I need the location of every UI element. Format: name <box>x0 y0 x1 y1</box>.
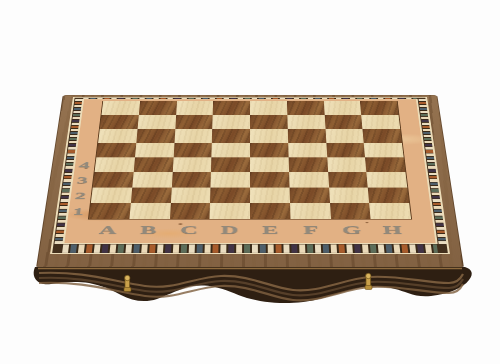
file-label-b: B <box>137 224 159 236</box>
square-a1[interactable] <box>89 203 131 219</box>
square-d2[interactable] <box>210 188 250 204</box>
square-d4[interactable] <box>211 157 250 172</box>
square-e5[interactable] <box>250 143 288 158</box>
square-e8[interactable] <box>250 101 287 115</box>
case-side <box>25 258 475 310</box>
square-c3[interactable] <box>171 172 211 187</box>
rank-label-3: 3 <box>72 175 92 185</box>
square-a7[interactable] <box>100 115 139 129</box>
square-b1[interactable] <box>129 203 170 219</box>
square-f8[interactable] <box>287 101 325 115</box>
square-g4[interactable] <box>327 157 367 172</box>
square-e4[interactable] <box>250 157 289 172</box>
square-e1[interactable] <box>250 203 290 219</box>
outer-inlay-line: ABCDEFGH 1234 <box>50 97 450 254</box>
square-h3[interactable] <box>367 172 408 187</box>
square-g1[interactable] <box>330 203 371 219</box>
square-d7[interactable] <box>212 115 250 129</box>
file-label-f: F <box>300 224 322 236</box>
chessboard-top: ABCDEFGH 1234 <box>36 95 464 268</box>
file-label-d: D <box>219 224 241 236</box>
file-label-c: C <box>178 224 200 236</box>
square-h2[interactable] <box>368 188 409 204</box>
file-label-h: H <box>381 224 404 236</box>
square-g6[interactable] <box>325 129 364 143</box>
square-b4[interactable] <box>133 157 173 172</box>
square-b2[interactable] <box>131 188 172 204</box>
square-e2[interactable] <box>250 188 290 204</box>
square-d6[interactable] <box>212 129 250 143</box>
square-e3[interactable] <box>250 172 289 187</box>
square-c4[interactable] <box>172 157 211 172</box>
square-c5[interactable] <box>173 143 212 158</box>
square-f3[interactable] <box>289 172 329 187</box>
square-b6[interactable] <box>136 129 175 143</box>
square-g7[interactable] <box>324 115 362 129</box>
square-d3[interactable] <box>211 172 250 187</box>
square-f7[interactable] <box>287 115 325 129</box>
square-d8[interactable] <box>213 101 250 115</box>
square-g2[interactable] <box>329 188 370 204</box>
square-h4[interactable] <box>365 157 405 172</box>
square-g8[interactable] <box>323 101 361 115</box>
square-a6[interactable] <box>98 129 137 143</box>
square-d5[interactable] <box>212 143 250 158</box>
square-a8[interactable] <box>102 101 140 115</box>
square-c8[interactable] <box>176 101 214 115</box>
mosaic-strip-bottom <box>62 244 438 252</box>
file-label-e: E <box>260 224 282 236</box>
rank-label-4: 4 <box>74 160 94 170</box>
square-f6[interactable] <box>288 129 326 143</box>
square-h6[interactable] <box>363 129 402 143</box>
square-h1[interactable] <box>369 203 411 219</box>
square-b3[interactable] <box>132 172 172 187</box>
square-a2[interactable] <box>91 188 132 204</box>
square-a4[interactable] <box>95 157 135 172</box>
square-f1[interactable] <box>290 203 331 219</box>
square-b7[interactable] <box>137 115 175 129</box>
board-grid <box>88 101 412 220</box>
square-b8[interactable] <box>139 101 177 115</box>
square-c6[interactable] <box>174 129 212 143</box>
inner-inlay-line: ABCDEFGH 1234 <box>62 99 437 244</box>
square-f4[interactable] <box>288 157 327 172</box>
square-a5[interactable] <box>96 143 136 158</box>
mosaic-border: ABCDEFGH 1234 <box>52 98 448 254</box>
product-photo: ABCDEFGH 1234 <box>0 0 500 364</box>
square-a3[interactable] <box>93 172 134 187</box>
square-c7[interactable] <box>175 115 213 129</box>
square-c1[interactable] <box>169 203 210 219</box>
square-c2[interactable] <box>170 188 210 204</box>
file-label-g: G <box>340 224 362 236</box>
square-g5[interactable] <box>326 143 365 158</box>
file-label-a: A <box>97 224 120 236</box>
square-e6[interactable] <box>250 129 288 143</box>
square-b5[interactable] <box>135 143 174 158</box>
rank-label-2: 2 <box>70 191 90 201</box>
square-f5[interactable] <box>288 143 327 158</box>
square-f2[interactable] <box>289 188 329 204</box>
square-h7[interactable] <box>361 115 400 129</box>
square-d1[interactable] <box>210 203 250 219</box>
latch-left-icon <box>124 275 131 291</box>
square-h5[interactable] <box>364 143 404 158</box>
square-g3[interactable] <box>328 172 368 187</box>
walnut-frame: ABCDEFGH 1234 <box>36 95 464 268</box>
rank-label-1: 1 <box>68 207 89 217</box>
burl-coordinate-band: ABCDEFGH 1234 <box>64 99 435 243</box>
square-h8[interactable] <box>360 101 398 115</box>
square-e7[interactable] <box>250 115 288 129</box>
